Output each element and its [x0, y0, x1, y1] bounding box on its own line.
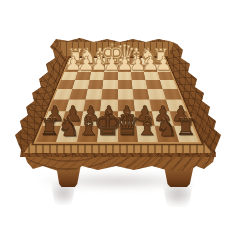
piece-white-pawn-h2[interactable]: ♟	[65, 54, 82, 73]
piece-black-rook-a8[interactable]: ♜	[176, 116, 197, 139]
piece-black-knight-g8[interactable]: ♞	[58, 115, 80, 140]
pieces-layer: ♜♞♝♛♚♝♞♜♟♟♟♟♟♟♟♟♟♟♟♟♟♟♟♟♜♞♝♛♚♝♞♜	[0, 0, 230, 230]
piece-black-rook-h8[interactable]: ♜	[39, 116, 60, 139]
piece-black-bishop-f8[interactable]: ♝	[77, 114, 100, 140]
chess-set-photo: ♜♞♝♛♚♝♞♜♟♟♟♟♟♟♟♟♟♟♟♟♟♟♟♟♜♞♝♛♚♝♞♜	[0, 0, 230, 230]
piece-black-knight-b8[interactable]: ♞	[155, 115, 177, 140]
